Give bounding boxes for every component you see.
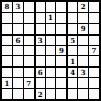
cell-r3c1-empty[interactable] [2,24,12,34]
cell-r4c6-empty[interactable] [56,35,66,45]
cell-r1c1-given: 8 [2,2,12,12]
cell-r7c6-empty[interactable] [56,67,66,77]
cell-r7c4-given: 6 [35,67,45,77]
cell-r5c3-empty[interactable] [24,46,34,56]
cell-r9c6-empty[interactable] [56,89,66,99]
cell-r4c8-empty[interactable] [78,35,88,45]
cell-r6c2-empty[interactable] [13,56,23,66]
cell-r3c4-empty[interactable] [35,24,45,34]
cell-r3c6-empty[interactable] [56,24,66,34]
cell-r6c4-empty[interactable] [35,56,45,66]
cell-r4c7-given: 5 [67,35,77,45]
cell-r8c4-empty[interactable] [35,78,45,88]
cell-r6c1-empty[interactable] [2,56,12,66]
cell-r6c6-empty[interactable] [56,56,66,66]
cell-r3c3-empty[interactable] [24,24,34,34]
cell-r1c2-given: 3 [13,2,23,12]
cell-r1c6-empty[interactable] [56,2,66,12]
cell-r1c3-empty[interactable] [24,2,34,12]
cell-r1c7-empty[interactable] [67,2,77,12]
cell-r6c7-given: 1 [67,56,77,66]
cell-r5c1-empty[interactable] [2,46,12,56]
cell-r5c8-empty[interactable] [78,46,88,56]
cell-r8c8-empty[interactable] [78,78,88,88]
cell-r6c5-empty[interactable] [46,56,56,66]
cell-r2c3-empty[interactable] [24,13,34,23]
cell-r5c6-given: 9 [56,46,66,56]
cell-r3c9-empty[interactable] [89,24,99,34]
cell-r7c3-empty[interactable] [24,67,34,77]
cell-r9c2-empty[interactable] [13,89,23,99]
cell-r8c1-given: 1 [2,78,12,88]
cell-r2c4-empty[interactable] [35,13,45,23]
cell-r2c1-empty[interactable] [2,13,12,23]
cell-r2c9-empty[interactable] [89,13,99,23]
cell-r1c4-empty[interactable] [35,2,45,12]
cell-r5c4-empty[interactable] [35,46,45,56]
cell-r5c2-empty[interactable] [13,46,23,56]
cell-r1c8-given: 2 [78,2,88,12]
sudoku-board: 83219635971643172 [0,0,101,101]
cell-r2c7-empty[interactable] [67,13,77,23]
cell-r3c8-given: 9 [78,24,88,34]
cell-r9c7-empty[interactable] [67,89,77,99]
cell-r2c5-given: 1 [46,13,56,23]
cell-r8c3-given: 7 [24,78,34,88]
cell-r4c9-empty[interactable] [89,35,99,45]
cell-r9c4-given: 2 [35,89,45,99]
cell-r9c1-empty[interactable] [2,89,12,99]
cell-r1c5-empty[interactable] [46,2,56,12]
cell-r2c6-empty[interactable] [56,13,66,23]
cell-r7c5-empty[interactable] [46,67,56,77]
cell-r7c8-given: 3 [78,67,88,77]
cell-r6c8-empty[interactable] [78,56,88,66]
cell-r9c9-empty[interactable] [89,89,99,99]
cell-r8c5-empty[interactable] [46,78,56,88]
cell-r9c8-empty[interactable] [78,89,88,99]
cell-r9c3-empty[interactable] [24,89,34,99]
cell-r7c1-empty[interactable] [2,67,12,77]
cell-r6c3-empty[interactable] [24,56,34,66]
cell-r7c7-given: 4 [67,67,77,77]
cell-r2c8-empty[interactable] [78,13,88,23]
cell-r7c9-empty[interactable] [89,67,99,77]
cell-r5c5-empty[interactable] [46,46,56,56]
cell-r7c2-empty[interactable] [13,67,23,77]
cell-r4c2-given: 6 [13,35,23,45]
cell-r8c9-empty[interactable] [89,78,99,88]
cell-r9c5-empty[interactable] [46,89,56,99]
cell-r1c9-empty[interactable] [89,2,99,12]
cell-r4c5-empty[interactable] [46,35,56,45]
cell-r5c9-given: 7 [89,46,99,56]
cell-r4c4-given: 3 [35,35,45,45]
cell-r8c6-empty[interactable] [56,78,66,88]
cell-r4c1-empty[interactable] [2,35,12,45]
cell-r3c7-empty[interactable] [67,24,77,34]
cell-r8c2-empty[interactable] [13,78,23,88]
cell-r2c2-empty[interactable] [13,13,23,23]
cell-r5c7-empty[interactable] [67,46,77,56]
cell-r3c2-empty[interactable] [13,24,23,34]
cell-r3c5-empty[interactable] [46,24,56,34]
cell-r6c9-empty[interactable] [89,56,99,66]
cell-r8c7-empty[interactable] [67,78,77,88]
cell-r4c3-empty[interactable] [24,35,34,45]
